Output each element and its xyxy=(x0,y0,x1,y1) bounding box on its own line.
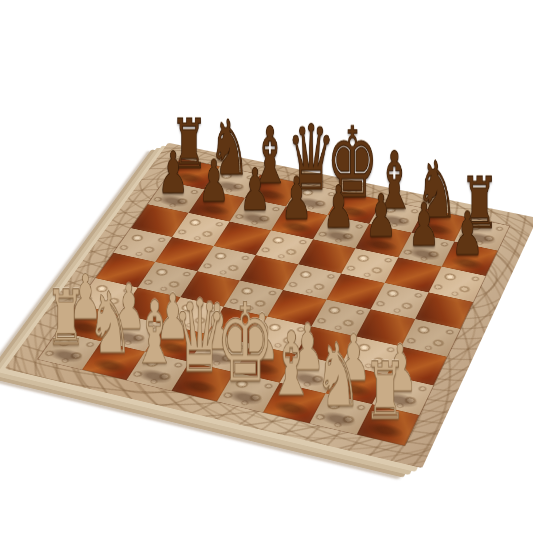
product-photo-scene: ♜♞♝♛♚♝♞♜♟♟♟♟♟♟♟♟♟♟♟♟♟♟♟♟♜♞♝♛♚♝♞♜ xyxy=(0,0,533,533)
chess-board: ♜♞♝♛♚♝♞♜♟♟♟♟♟♟♟♟♟♟♟♟♟♟♟♟♜♞♝♛♚♝♞♜ xyxy=(5,143,533,468)
white-rook-glyph: ♜ xyxy=(340,352,431,431)
